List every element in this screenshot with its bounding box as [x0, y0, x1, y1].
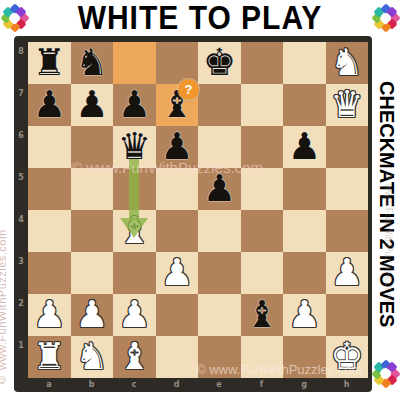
square-g1[interactable] [283, 336, 326, 378]
piece-wB-c1: ♝ [118, 336, 151, 378]
square-a4[interactable] [28, 210, 71, 252]
square-g3[interactable] [283, 252, 326, 294]
puzzle-page: WHITE TO PLAY ♜♞♚♞♟♟♟♝♛♛♟♟♟♝♟♟♟♟♟♝♟♜♞♝♚?… [0, 0, 400, 400]
square-g6[interactable]: ♟ [283, 126, 326, 168]
piece-wR-a1: ♜ [33, 336, 66, 378]
square-a1[interactable]: ♜ [28, 336, 71, 378]
square-h6[interactable] [326, 126, 369, 168]
square-c1[interactable]: ♝ [113, 336, 156, 378]
file-label-e: e [198, 380, 240, 389]
square-d1[interactable] [156, 336, 199, 378]
piece-wP-d3: ♟ [160, 252, 193, 294]
funwithpuzzles-logo [372, 360, 399, 387]
square-e3[interactable] [198, 252, 241, 294]
square-e4[interactable] [198, 210, 241, 252]
square-g8[interactable] [283, 42, 326, 84]
chess-board-frame: ♜♞♚♞♟♟♟♝♛♛♟♟♟♝♟♟♟♟♟♝♟♜♞♝♚?© www.FunWithP… [14, 36, 372, 392]
piece-bN-b8: ♞ [75, 42, 108, 84]
rank-label-6: 6 [14, 131, 28, 140]
square-g4[interactable] [283, 210, 326, 252]
square-f8[interactable] [241, 42, 284, 84]
square-e7[interactable] [198, 84, 241, 126]
square-e2[interactable] [198, 294, 241, 336]
square-g5[interactable] [283, 168, 326, 210]
square-e8[interactable]: ♚ [198, 42, 241, 84]
square-b3[interactable] [71, 252, 114, 294]
square-f7[interactable] [241, 84, 284, 126]
square-f4[interactable] [241, 210, 284, 252]
file-label-g: g [283, 380, 325, 389]
square-a5[interactable] [28, 168, 71, 210]
square-f1[interactable] [241, 336, 284, 378]
rank-label-4: 4 [14, 215, 28, 224]
square-h1[interactable]: ♚ [326, 336, 369, 378]
question-badge: ? [178, 79, 199, 100]
piece-wP-b2: ♟ [75, 294, 108, 336]
square-a7[interactable]: ♟ [28, 84, 71, 126]
file-label-h: h [326, 380, 368, 389]
square-d8[interactable] [156, 42, 199, 84]
piece-wP-g2: ♟ [288, 294, 321, 336]
piece-bP-g6: ♟ [288, 126, 321, 168]
square-c8[interactable] [113, 42, 156, 84]
square-e6[interactable] [198, 126, 241, 168]
piece-bP-e5: ♟ [203, 168, 236, 210]
square-e5[interactable]: ♟ [198, 168, 241, 210]
move-arrow-shaft [129, 159, 139, 220]
piece-wK-h1: ♚ [330, 336, 363, 378]
piece-wP-h3: ♟ [330, 252, 363, 294]
square-h2[interactable] [326, 294, 369, 336]
piece-wQ-h7: ♛ [330, 84, 363, 126]
square-g7[interactable] [283, 84, 326, 126]
square-h4[interactable] [326, 210, 369, 252]
square-b5[interactable] [71, 168, 114, 210]
square-b1[interactable]: ♞ [71, 336, 114, 378]
piece-wN-b1: ♞ [75, 336, 108, 378]
rank-label-5: 5 [14, 173, 28, 182]
square-g2[interactable]: ♟ [283, 294, 326, 336]
square-c3[interactable] [113, 252, 156, 294]
square-c2[interactable]: ♟ [113, 294, 156, 336]
square-b7[interactable]: ♟ [71, 84, 114, 126]
square-d5[interactable] [156, 168, 199, 210]
square-b6[interactable] [71, 126, 114, 168]
square-a6[interactable] [28, 126, 71, 168]
square-f6[interactable] [241, 126, 284, 168]
piece-wP-a2: ♟ [33, 294, 66, 336]
square-h5[interactable] [326, 168, 369, 210]
square-h3[interactable]: ♟ [326, 252, 369, 294]
square-f5[interactable] [241, 168, 284, 210]
move-arrow-head [120, 218, 148, 238]
square-f2[interactable]: ♝ [241, 294, 284, 336]
file-label-d: d [156, 380, 198, 389]
square-e1[interactable] [198, 336, 241, 378]
piece-wP-c2: ♟ [118, 294, 151, 336]
piece-bK-e8: ♚ [203, 42, 236, 84]
piece-bP-c7: ♟ [118, 84, 151, 126]
chess-board: ♜♞♚♞♟♟♟♝♛♛♟♟♟♝♟♟♟♟♟♝♟♜♞♝♚?© www.FunWithP… [28, 42, 368, 378]
rank-label-1: 1 [14, 341, 28, 350]
square-a2[interactable]: ♟ [28, 294, 71, 336]
piece-wN-h8: ♞ [330, 42, 363, 84]
square-a3[interactable] [28, 252, 71, 294]
square-h7[interactable]: ♛ [326, 84, 369, 126]
header: WHITE TO PLAY [0, 0, 400, 36]
watermark-right: © www.FunWithPuzzles.com [383, 170, 394, 302]
square-b2[interactable]: ♟ [71, 294, 114, 336]
watermark-left: © www.FunWithPuzzles.com [0, 142, 8, 386]
file-label-c: c [113, 380, 155, 389]
rank-label-2: 2 [14, 299, 28, 308]
page-title: WHITE TO PLAY [28, 0, 372, 36]
square-d6[interactable]: ♟ [156, 126, 199, 168]
square-f3[interactable] [241, 252, 284, 294]
square-h8[interactable]: ♞ [326, 42, 369, 84]
square-d2[interactable] [156, 294, 199, 336]
funwithpuzzles-logo [372, 5, 399, 32]
square-d4[interactable] [156, 210, 199, 252]
piece-bP-d6: ♟ [160, 126, 193, 168]
file-label-b: b [71, 380, 113, 389]
square-b4[interactable] [71, 210, 114, 252]
piece-bP-b7: ♟ [75, 84, 108, 126]
square-a8[interactable]: ♜ [28, 42, 71, 84]
piece-bP-a7: ♟ [33, 84, 66, 126]
rank-label-8: 8 [14, 47, 28, 56]
funwithpuzzles-logo [1, 5, 28, 32]
rank-label-7: 7 [14, 89, 28, 98]
rank-label-3: 3 [14, 257, 28, 266]
file-label-a: a [28, 380, 70, 389]
square-d3[interactable]: ♟ [156, 252, 199, 294]
file-label-f: f [241, 380, 283, 389]
piece-bR-a8: ♜ [33, 42, 66, 84]
square-c7[interactable]: ♟ [113, 84, 156, 126]
square-b8[interactable]: ♞ [71, 42, 114, 84]
piece-bB-f2: ♝ [245, 294, 278, 336]
